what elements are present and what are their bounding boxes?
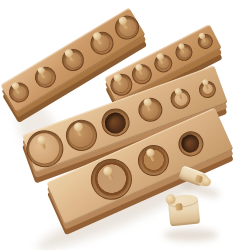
loose-cylinder-large-standing [156,185,213,238]
knob-stem [175,203,183,211]
product-photo-stage [0,0,250,250]
